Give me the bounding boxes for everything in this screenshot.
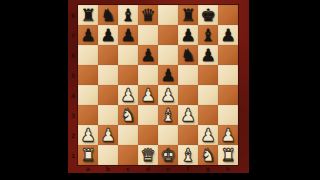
white-bishop: ♝ [180, 145, 195, 165]
black-rook: ♜ [80, 5, 95, 25]
white-pawn: ♟ [140, 85, 155, 105]
chess-board-frame: 87654321 abcdefgh ♜♞♝♛♜♚♟♟♟♟♝♟♟♞♟♟♟♟♟♞♝♟… [68, 0, 249, 173]
white-knight: ♞ [200, 145, 215, 165]
white-pawn: ♟ [160, 85, 175, 105]
white-pawn: ♟ [200, 125, 215, 145]
square-g3 [198, 105, 218, 125]
black-king: ♚ [200, 5, 215, 25]
file-label-h: h [218, 164, 238, 173]
black-pawn: ♟ [200, 45, 215, 65]
black-pawn: ♟ [220, 25, 235, 45]
black-pawn: ♟ [100, 25, 115, 45]
square-b2: ♟ [98, 125, 118, 145]
square-d3 [138, 105, 158, 125]
white-queen: ♛ [140, 145, 155, 165]
chess-board: ♜♞♝♛♜♚♟♟♟♟♝♟♟♞♟♟♟♟♟♞♝♟♟♟♟♟♜♛♚♝♞♜ [78, 5, 238, 165]
square-b5 [98, 65, 118, 85]
file-label-f: f [178, 164, 198, 173]
rank-label-4: 4 [68, 85, 78, 105]
square-b8: ♞ [98, 5, 118, 25]
square-c5 [118, 65, 138, 85]
square-a8: ♜ [78, 5, 98, 25]
square-e3: ♝ [158, 105, 178, 125]
file-label-e: e [158, 164, 178, 173]
square-e6 [158, 45, 178, 65]
square-c1 [118, 145, 138, 165]
black-pawn: ♟ [80, 25, 95, 45]
square-g7: ♝ [198, 25, 218, 45]
black-rook: ♜ [180, 5, 195, 25]
square-c8: ♝ [118, 5, 138, 25]
rank-label-5: 5 [68, 65, 78, 85]
square-h7: ♟ [218, 25, 238, 45]
black-knight: ♞ [100, 5, 115, 25]
square-h8 [218, 5, 238, 25]
square-d6: ♟ [138, 45, 158, 65]
square-h4 [218, 85, 238, 105]
square-c4: ♟ [118, 85, 138, 105]
square-d1: ♛ [138, 145, 158, 165]
black-bishop: ♝ [120, 5, 135, 25]
file-label-b: b [98, 164, 118, 173]
square-a7: ♟ [78, 25, 98, 45]
white-pawn: ♟ [120, 85, 135, 105]
rank-label-2: 2 [68, 125, 78, 145]
square-f5 [178, 65, 198, 85]
square-b1 [98, 145, 118, 165]
file-label-g: g [198, 164, 218, 173]
square-b6 [98, 45, 118, 65]
square-d4: ♟ [138, 85, 158, 105]
rank-labels: 87654321 [68, 5, 78, 165]
black-pawn: ♟ [120, 25, 135, 45]
white-pawn: ♟ [180, 105, 195, 125]
square-a1: ♜ [78, 145, 98, 165]
white-rook: ♜ [80, 145, 95, 165]
square-g6: ♟ [198, 45, 218, 65]
rank-label-6: 6 [68, 45, 78, 65]
square-e8 [158, 5, 178, 25]
file-labels: abcdefgh [78, 164, 238, 173]
square-b7: ♟ [98, 25, 118, 45]
square-d8: ♛ [138, 5, 158, 25]
square-e4: ♟ [158, 85, 178, 105]
rank-label-8: 8 [68, 5, 78, 25]
square-a5 [78, 65, 98, 85]
square-b3 [98, 105, 118, 125]
square-b4 [98, 85, 118, 105]
square-c7: ♟ [118, 25, 138, 45]
white-rook: ♜ [220, 145, 235, 165]
square-d2 [138, 125, 158, 145]
file-label-a: a [78, 164, 98, 173]
black-pawn: ♟ [160, 65, 175, 85]
square-g5 [198, 65, 218, 85]
white-bishop: ♝ [160, 105, 175, 125]
video-frame: 87654321 abcdefgh ♜♞♝♛♜♚♟♟♟♟♝♟♟♞♟♟♟♟♟♞♝♟… [0, 0, 320, 180]
black-queen: ♛ [140, 5, 155, 25]
square-e7 [158, 25, 178, 45]
rank-label-1: 1 [68, 145, 78, 165]
square-e5: ♟ [158, 65, 178, 85]
white-pawn: ♟ [220, 125, 235, 145]
square-a6 [78, 45, 98, 65]
square-f3: ♟ [178, 105, 198, 125]
rank-label-7: 7 [68, 25, 78, 45]
square-h6 [218, 45, 238, 65]
square-a2: ♟ [78, 125, 98, 145]
square-g8: ♚ [198, 5, 218, 25]
square-c6 [118, 45, 138, 65]
black-bishop: ♝ [200, 25, 215, 45]
black-pawn: ♟ [140, 45, 155, 65]
square-a3 [78, 105, 98, 125]
square-d7 [138, 25, 158, 45]
square-e2 [158, 125, 178, 145]
square-d5 [138, 65, 158, 85]
square-c3: ♞ [118, 105, 138, 125]
square-f1: ♝ [178, 145, 198, 165]
file-label-c: c [118, 164, 138, 173]
square-f6: ♞ [178, 45, 198, 65]
square-f2 [178, 125, 198, 145]
square-f4 [178, 85, 198, 105]
square-c2 [118, 125, 138, 145]
square-g4 [198, 85, 218, 105]
square-g2: ♟ [198, 125, 218, 145]
white-pawn: ♟ [100, 125, 115, 145]
square-a4 [78, 85, 98, 105]
rank-label-3: 3 [68, 105, 78, 125]
square-f7: ♟ [178, 25, 198, 45]
square-e1: ♚ [158, 145, 178, 165]
square-h2: ♟ [218, 125, 238, 145]
square-h3 [218, 105, 238, 125]
white-pawn: ♟ [80, 125, 95, 145]
file-label-d: d [138, 164, 158, 173]
square-h5 [218, 65, 238, 85]
square-f8: ♜ [178, 5, 198, 25]
square-h1: ♜ [218, 145, 238, 165]
black-knight: ♞ [180, 45, 195, 65]
white-king: ♚ [160, 145, 175, 165]
black-pawn: ♟ [180, 25, 195, 45]
white-knight: ♞ [120, 105, 135, 125]
square-g1: ♞ [198, 145, 218, 165]
